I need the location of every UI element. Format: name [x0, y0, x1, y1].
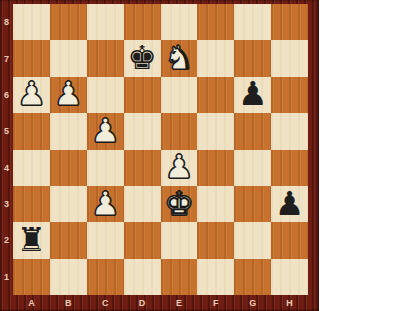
square-e7[interactable]: ♞ — [161, 40, 198, 76]
square-a1[interactable] — [13, 259, 50, 295]
square-b6[interactable]: ♟ — [50, 77, 87, 113]
square-c2[interactable] — [87, 222, 124, 258]
piece-black-rook[interactable]: ♜ — [17, 223, 47, 256]
square-b3[interactable] — [50, 186, 87, 222]
square-d8[interactable] — [124, 4, 161, 40]
square-h4[interactable] — [271, 150, 308, 186]
piece-white-pawn[interactable]: ♟ — [54, 77, 84, 110]
piece-black-king[interactable]: ♚ — [127, 41, 157, 74]
file-label-g: G — [234, 295, 271, 311]
square-e8[interactable] — [161, 4, 198, 40]
chess-board-frame: 87654321 ABCDEFGH ♚♞♟♟♟♟♟♟♚♟♜ — [0, 0, 319, 311]
file-label-d: D — [124, 295, 161, 311]
square-d2[interactable] — [124, 222, 161, 258]
file-labels: ABCDEFGH — [13, 295, 308, 311]
piece-black-pawn[interactable]: ♟ — [275, 187, 305, 220]
square-a4[interactable] — [13, 150, 50, 186]
square-b5[interactable] — [50, 113, 87, 149]
piece-white-pawn[interactable]: ♟ — [90, 114, 120, 147]
rank-label-8: 8 — [0, 4, 13, 40]
square-h8[interactable] — [271, 4, 308, 40]
square-d4[interactable] — [124, 150, 161, 186]
chess-board: ♚♞♟♟♟♟♟♟♚♟♜ — [13, 4, 308, 295]
rank-label-7: 7 — [0, 40, 13, 76]
square-f8[interactable] — [197, 4, 234, 40]
square-g1[interactable] — [234, 259, 271, 295]
square-a3[interactable] — [13, 186, 50, 222]
square-f1[interactable] — [197, 259, 234, 295]
square-c7[interactable] — [87, 40, 124, 76]
square-a5[interactable] — [13, 113, 50, 149]
square-e2[interactable] — [161, 222, 198, 258]
piece-black-pawn[interactable]: ♟ — [238, 77, 268, 110]
square-g3[interactable] — [234, 186, 271, 222]
square-h1[interactable] — [271, 259, 308, 295]
square-e3[interactable]: ♚ — [161, 186, 198, 222]
file-label-b: B — [50, 295, 87, 311]
square-e5[interactable] — [161, 113, 198, 149]
square-b2[interactable] — [50, 222, 87, 258]
square-c8[interactable] — [87, 4, 124, 40]
square-c1[interactable] — [87, 259, 124, 295]
square-d6[interactable] — [124, 77, 161, 113]
square-e6[interactable] — [161, 77, 198, 113]
page-background: 87654321 ABCDEFGH ♚♞♟♟♟♟♟♟♚♟♜ — [0, 0, 414, 311]
square-f7[interactable] — [197, 40, 234, 76]
square-d5[interactable] — [124, 113, 161, 149]
rank-label-1: 1 — [0, 259, 13, 295]
square-b7[interactable] — [50, 40, 87, 76]
square-c3[interactable]: ♟ — [87, 186, 124, 222]
square-c4[interactable] — [87, 150, 124, 186]
square-c6[interactable] — [87, 77, 124, 113]
square-h5[interactable] — [271, 113, 308, 149]
square-g6[interactable]: ♟ — [234, 77, 271, 113]
square-d3[interactable] — [124, 186, 161, 222]
file-label-h: H — [271, 295, 308, 311]
square-d1[interactable] — [124, 259, 161, 295]
square-g8[interactable] — [234, 4, 271, 40]
piece-white-king[interactable]: ♚ — [164, 187, 194, 220]
square-d7[interactable]: ♚ — [124, 40, 161, 76]
square-h7[interactable] — [271, 40, 308, 76]
rank-label-2: 2 — [0, 222, 13, 258]
square-g7[interactable] — [234, 40, 271, 76]
rank-label-6: 6 — [0, 77, 13, 113]
square-e1[interactable] — [161, 259, 198, 295]
square-f4[interactable] — [197, 150, 234, 186]
square-a2[interactable]: ♜ — [13, 222, 50, 258]
square-b4[interactable] — [50, 150, 87, 186]
square-a7[interactable] — [13, 40, 50, 76]
square-a6[interactable]: ♟ — [13, 77, 50, 113]
square-c5[interactable]: ♟ — [87, 113, 124, 149]
piece-white-pawn[interactable]: ♟ — [17, 77, 47, 110]
square-b1[interactable] — [50, 259, 87, 295]
file-label-f: F — [197, 295, 234, 311]
square-h2[interactable] — [271, 222, 308, 258]
square-f5[interactable] — [197, 113, 234, 149]
square-g5[interactable] — [234, 113, 271, 149]
piece-white-knight[interactable]: ♞ — [164, 41, 194, 74]
square-f6[interactable] — [197, 77, 234, 113]
square-g2[interactable] — [234, 222, 271, 258]
square-b8[interactable] — [50, 4, 87, 40]
square-h3[interactable]: ♟ — [271, 186, 308, 222]
rank-label-3: 3 — [0, 186, 13, 222]
rank-labels: 87654321 — [0, 4, 13, 295]
square-h6[interactable] — [271, 77, 308, 113]
file-label-e: E — [161, 295, 198, 311]
file-label-a: A — [13, 295, 50, 311]
file-label-c: C — [87, 295, 124, 311]
rank-label-5: 5 — [0, 113, 13, 149]
rank-label-4: 4 — [0, 150, 13, 186]
square-f3[interactable] — [197, 186, 234, 222]
square-a8[interactable] — [13, 4, 50, 40]
square-f2[interactable] — [197, 222, 234, 258]
piece-white-pawn[interactable]: ♟ — [90, 187, 120, 220]
square-g4[interactable] — [234, 150, 271, 186]
piece-white-pawn[interactable]: ♟ — [164, 150, 194, 183]
square-e4[interactable]: ♟ — [161, 150, 198, 186]
